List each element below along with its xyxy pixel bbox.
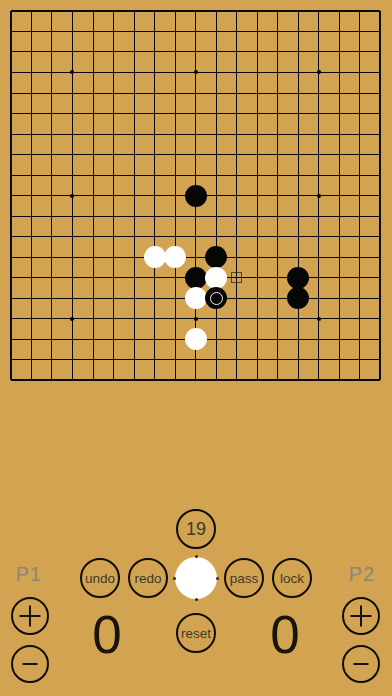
intersection-N10[interactable] (247, 185, 268, 206)
intersection-A4[interactable] (1, 308, 22, 329)
intersection-Q7[interactable] (308, 247, 329, 268)
intersection-R7[interactable] (329, 247, 350, 268)
intersection-O6[interactable] (267, 267, 288, 288)
intersection-F18[interactable] (103, 21, 124, 42)
intersection-S8[interactable] (349, 226, 370, 247)
intersection-P17[interactable] (288, 42, 309, 63)
intersection-M17[interactable] (226, 42, 247, 63)
intersection-B2[interactable] (21, 349, 42, 370)
intersection-Q5[interactable] (308, 288, 329, 309)
intersection-O17[interactable] (267, 42, 288, 63)
intersection-J14[interactable] (165, 103, 186, 124)
intersection-H8[interactable] (144, 226, 165, 247)
intersection-J16[interactable] (165, 62, 186, 83)
intersection-O4[interactable] (267, 308, 288, 329)
intersection-J10[interactable] (165, 185, 186, 206)
intersection-K14[interactable] (185, 103, 206, 124)
intersection-M11[interactable] (226, 165, 247, 186)
intersection-K2[interactable] (185, 349, 206, 370)
intersection-G16[interactable] (124, 62, 145, 83)
intersection-O18[interactable] (267, 21, 288, 42)
intersection-G18[interactable] (124, 21, 145, 42)
intersection-D2[interactable] (62, 349, 83, 370)
intersection-C14[interactable] (42, 103, 63, 124)
intersection-N17[interactable] (247, 42, 268, 63)
intersection-C11[interactable] (42, 165, 63, 186)
intersection-Q10[interactable] (308, 185, 329, 206)
intersection-N9[interactable] (247, 206, 268, 227)
intersection-D3[interactable] (62, 329, 83, 350)
intersection-M19[interactable] (226, 1, 247, 22)
intersection-L13[interactable] (206, 124, 227, 145)
intersection-J12[interactable] (165, 144, 186, 165)
intersection-J18[interactable] (165, 21, 186, 42)
intersection-J9[interactable] (165, 206, 186, 227)
intersection-L4[interactable] (206, 308, 227, 329)
intersection-L12[interactable] (206, 144, 227, 165)
intersection-B3[interactable] (21, 329, 42, 350)
intersection-N6[interactable] (247, 267, 268, 288)
intersection-K17[interactable] (185, 42, 206, 63)
intersection-B6[interactable] (21, 267, 42, 288)
intersection-R15[interactable] (329, 83, 350, 104)
player1-decrement-button[interactable] (11, 645, 49, 683)
intersection-P3[interactable] (288, 329, 309, 350)
intersection-F16[interactable] (103, 62, 124, 83)
intersection-L15[interactable] (206, 83, 227, 104)
intersection-N13[interactable] (247, 124, 268, 145)
intersection-G15[interactable] (124, 83, 145, 104)
intersection-L2[interactable] (206, 349, 227, 370)
intersection-S5[interactable] (349, 288, 370, 309)
intersection-G14[interactable] (124, 103, 145, 124)
intersection-K12[interactable] (185, 144, 206, 165)
intersection-J13[interactable] (165, 124, 186, 145)
intersection-Q3[interactable] (308, 329, 329, 350)
intersection-S1[interactable] (349, 370, 370, 391)
intersection-D13[interactable] (62, 124, 83, 145)
intersection-H12[interactable] (144, 144, 165, 165)
intersection-K4[interactable] (185, 308, 206, 329)
intersection-H5[interactable] (144, 288, 165, 309)
intersection-O11[interactable] (267, 165, 288, 186)
intersection-H16[interactable] (144, 62, 165, 83)
intersection-H6[interactable] (144, 267, 165, 288)
intersection-C17[interactable] (42, 42, 63, 63)
intersection-G4[interactable] (124, 308, 145, 329)
intersection-D17[interactable] (62, 42, 83, 63)
intersection-E3[interactable] (83, 329, 104, 350)
intersection-T18[interactable] (370, 21, 391, 42)
current-turn-stone-indicator[interactable] (175, 557, 217, 599)
intersection-L8[interactable] (206, 226, 227, 247)
intersection-H9[interactable] (144, 206, 165, 227)
intersection-T16[interactable] (370, 62, 391, 83)
intersection-A9[interactable] (1, 206, 22, 227)
intersection-C1[interactable] (42, 370, 63, 391)
intersection-A1[interactable] (1, 370, 22, 391)
intersection-P2[interactable] (288, 349, 309, 370)
intersection-T6[interactable] (370, 267, 391, 288)
intersection-D10[interactable] (62, 185, 83, 206)
intersection-H19[interactable] (144, 1, 165, 22)
intersection-J5[interactable] (165, 288, 186, 309)
intersection-N11[interactable] (247, 165, 268, 186)
intersection-O2[interactable] (267, 349, 288, 370)
intersection-F12[interactable] (103, 144, 124, 165)
intersection-A10[interactable] (1, 185, 22, 206)
intersection-C6[interactable] (42, 267, 63, 288)
intersection-Q16[interactable] (308, 62, 329, 83)
intersection-Q13[interactable] (308, 124, 329, 145)
intersection-Q17[interactable] (308, 42, 329, 63)
intersection-D5[interactable] (62, 288, 83, 309)
intersection-B8[interactable] (21, 226, 42, 247)
intersection-G17[interactable] (124, 42, 145, 63)
intersection-Q9[interactable] (308, 206, 329, 227)
intersection-N16[interactable] (247, 62, 268, 83)
intersection-F13[interactable] (103, 124, 124, 145)
intersection-T13[interactable] (370, 124, 391, 145)
intersection-B9[interactable] (21, 206, 42, 227)
intersection-F9[interactable] (103, 206, 124, 227)
intersection-M2[interactable] (226, 349, 247, 370)
intersection-B13[interactable] (21, 124, 42, 145)
intersection-C13[interactable] (42, 124, 63, 145)
intersection-T19[interactable] (370, 1, 391, 22)
intersection-S6[interactable] (349, 267, 370, 288)
intersection-S3[interactable] (349, 329, 370, 350)
intersection-N12[interactable] (247, 144, 268, 165)
intersection-A16[interactable] (1, 62, 22, 83)
intersection-M12[interactable] (226, 144, 247, 165)
player2-decrement-button[interactable] (342, 645, 380, 683)
intersection-K19[interactable] (185, 1, 206, 22)
intersection-B14[interactable] (21, 103, 42, 124)
intersection-A5[interactable] (1, 288, 22, 309)
intersection-J11[interactable] (165, 165, 186, 186)
intersection-D19[interactable] (62, 1, 83, 22)
intersection-N5[interactable] (247, 288, 268, 309)
intersection-E17[interactable] (83, 42, 104, 63)
intersection-J3[interactable] (165, 329, 186, 350)
intersection-D11[interactable] (62, 165, 83, 186)
intersection-F10[interactable] (103, 185, 124, 206)
intersection-L5[interactable] (206, 288, 227, 309)
intersection-S7[interactable] (349, 247, 370, 268)
intersection-D6[interactable] (62, 267, 83, 288)
intersection-N15[interactable] (247, 83, 268, 104)
intersection-M5[interactable] (226, 288, 247, 309)
intersection-E10[interactable] (83, 185, 104, 206)
intersection-M7[interactable] (226, 247, 247, 268)
intersection-F15[interactable] (103, 83, 124, 104)
intersection-M14[interactable] (226, 103, 247, 124)
intersection-M16[interactable] (226, 62, 247, 83)
intersection-D7[interactable] (62, 247, 83, 268)
intersection-B10[interactable] (21, 185, 42, 206)
intersection-S10[interactable] (349, 185, 370, 206)
intersection-P16[interactable] (288, 62, 309, 83)
intersection-H18[interactable] (144, 21, 165, 42)
intersection-S12[interactable] (349, 144, 370, 165)
intersection-P11[interactable] (288, 165, 309, 186)
redo-button[interactable]: redo (128, 558, 168, 598)
intersection-F17[interactable] (103, 42, 124, 63)
intersection-D14[interactable] (62, 103, 83, 124)
intersection-K10[interactable] (185, 185, 206, 206)
intersection-O5[interactable] (267, 288, 288, 309)
intersection-C5[interactable] (42, 288, 63, 309)
intersection-N4[interactable] (247, 308, 268, 329)
intersection-E14[interactable] (83, 103, 104, 124)
intersection-M9[interactable] (226, 206, 247, 227)
intersection-B19[interactable] (21, 1, 42, 22)
intersection-M8[interactable] (226, 226, 247, 247)
intersection-O19[interactable] (267, 1, 288, 22)
intersection-R14[interactable] (329, 103, 350, 124)
intersection-B4[interactable] (21, 308, 42, 329)
intersection-R8[interactable] (329, 226, 350, 247)
intersection-C18[interactable] (42, 21, 63, 42)
intersection-L6[interactable] (206, 267, 227, 288)
intersection-G3[interactable] (124, 329, 145, 350)
intersection-S9[interactable] (349, 206, 370, 227)
intersection-B17[interactable] (21, 42, 42, 63)
intersection-M13[interactable] (226, 124, 247, 145)
intersection-R13[interactable] (329, 124, 350, 145)
intersection-S16[interactable] (349, 62, 370, 83)
intersection-G13[interactable] (124, 124, 145, 145)
intersection-E11[interactable] (83, 165, 104, 186)
intersection-K15[interactable] (185, 83, 206, 104)
intersection-K18[interactable] (185, 21, 206, 42)
intersection-G9[interactable] (124, 206, 145, 227)
intersection-E15[interactable] (83, 83, 104, 104)
intersection-S4[interactable] (349, 308, 370, 329)
intersection-N1[interactable] (247, 370, 268, 391)
intersection-O12[interactable] (267, 144, 288, 165)
intersection-F14[interactable] (103, 103, 124, 124)
intersection-B5[interactable] (21, 288, 42, 309)
intersection-K5[interactable] (185, 288, 206, 309)
intersection-T8[interactable] (370, 226, 391, 247)
intersection-L18[interactable] (206, 21, 227, 42)
intersection-O15[interactable] (267, 83, 288, 104)
intersection-A12[interactable] (1, 144, 22, 165)
intersection-R9[interactable] (329, 206, 350, 227)
intersection-T1[interactable] (370, 370, 391, 391)
intersection-G6[interactable] (124, 267, 145, 288)
intersection-F3[interactable] (103, 329, 124, 350)
intersection-D18[interactable] (62, 21, 83, 42)
intersection-T3[interactable] (370, 329, 391, 350)
intersection-C12[interactable] (42, 144, 63, 165)
intersection-K6[interactable] (185, 267, 206, 288)
intersection-Q2[interactable] (308, 349, 329, 370)
intersection-R11[interactable] (329, 165, 350, 186)
intersection-E1[interactable] (83, 370, 104, 391)
intersection-T7[interactable] (370, 247, 391, 268)
intersection-K3[interactable] (185, 329, 206, 350)
intersection-O1[interactable] (267, 370, 288, 391)
intersection-Q4[interactable] (308, 308, 329, 329)
intersection-S2[interactable] (349, 349, 370, 370)
intersection-C2[interactable] (42, 349, 63, 370)
intersection-S18[interactable] (349, 21, 370, 42)
intersection-L7[interactable] (206, 247, 227, 268)
intersection-J8[interactable] (165, 226, 186, 247)
intersection-C16[interactable] (42, 62, 63, 83)
intersection-P7[interactable] (288, 247, 309, 268)
intersection-B18[interactable] (21, 21, 42, 42)
intersection-F6[interactable] (103, 267, 124, 288)
intersection-Q19[interactable] (308, 1, 329, 22)
intersection-S15[interactable] (349, 83, 370, 104)
intersection-T11[interactable] (370, 165, 391, 186)
intersection-A15[interactable] (1, 83, 22, 104)
intersection-A19[interactable] (1, 1, 22, 22)
intersection-P8[interactable] (288, 226, 309, 247)
player2-increment-button[interactable] (342, 597, 380, 635)
intersection-S14[interactable] (349, 103, 370, 124)
intersection-F8[interactable] (103, 226, 124, 247)
intersection-J1[interactable] (165, 370, 186, 391)
intersection-L9[interactable] (206, 206, 227, 227)
intersection-M15[interactable] (226, 83, 247, 104)
intersection-O16[interactable] (267, 62, 288, 83)
intersection-H1[interactable] (144, 370, 165, 391)
intersection-O9[interactable] (267, 206, 288, 227)
intersection-M3[interactable] (226, 329, 247, 350)
intersection-H3[interactable] (144, 329, 165, 350)
intersection-F4[interactable] (103, 308, 124, 329)
intersection-F5[interactable] (103, 288, 124, 309)
intersection-F2[interactable] (103, 349, 124, 370)
intersection-G2[interactable] (124, 349, 145, 370)
intersection-F1[interactable] (103, 370, 124, 391)
intersection-B15[interactable] (21, 83, 42, 104)
intersection-N14[interactable] (247, 103, 268, 124)
intersection-H17[interactable] (144, 42, 165, 63)
intersection-G10[interactable] (124, 185, 145, 206)
intersection-A7[interactable] (1, 247, 22, 268)
intersection-H7[interactable] (144, 247, 165, 268)
intersection-T4[interactable] (370, 308, 391, 329)
intersection-N2[interactable] (247, 349, 268, 370)
intersection-M10[interactable] (226, 185, 247, 206)
intersection-Q6[interactable] (308, 267, 329, 288)
intersection-F7[interactable] (103, 247, 124, 268)
intersection-E16[interactable] (83, 62, 104, 83)
intersection-R4[interactable] (329, 308, 350, 329)
intersection-E18[interactable] (83, 21, 104, 42)
intersection-D1[interactable] (62, 370, 83, 391)
intersection-T12[interactable] (370, 144, 391, 165)
intersection-A18[interactable] (1, 21, 22, 42)
intersection-R12[interactable] (329, 144, 350, 165)
intersection-P9[interactable] (288, 206, 309, 227)
intersection-P13[interactable] (288, 124, 309, 145)
intersection-T9[interactable] (370, 206, 391, 227)
intersection-D12[interactable] (62, 144, 83, 165)
intersection-O3[interactable] (267, 329, 288, 350)
intersection-E8[interactable] (83, 226, 104, 247)
intersection-P5[interactable] (288, 288, 309, 309)
intersection-S17[interactable] (349, 42, 370, 63)
intersection-G5[interactable] (124, 288, 145, 309)
intersection-D9[interactable] (62, 206, 83, 227)
intersection-T14[interactable] (370, 103, 391, 124)
intersection-R1[interactable] (329, 370, 350, 391)
intersection-L19[interactable] (206, 1, 227, 22)
intersection-R18[interactable] (329, 21, 350, 42)
intersection-A3[interactable] (1, 329, 22, 350)
intersection-A11[interactable] (1, 165, 22, 186)
intersection-P15[interactable] (288, 83, 309, 104)
intersection-J19[interactable] (165, 1, 186, 22)
intersection-S19[interactable] (349, 1, 370, 22)
undo-button[interactable]: undo (80, 558, 120, 598)
intersection-N19[interactable] (247, 1, 268, 22)
intersection-C4[interactable] (42, 308, 63, 329)
intersection-E13[interactable] (83, 124, 104, 145)
intersection-Q8[interactable] (308, 226, 329, 247)
intersection-E4[interactable] (83, 308, 104, 329)
intersection-T10[interactable] (370, 185, 391, 206)
intersection-S11[interactable] (349, 165, 370, 186)
intersection-P19[interactable] (288, 1, 309, 22)
intersection-B11[interactable] (21, 165, 42, 186)
intersection-A14[interactable] (1, 103, 22, 124)
reset-button[interactable]: reset (176, 613, 216, 653)
intersection-O13[interactable] (267, 124, 288, 145)
intersection-O14[interactable] (267, 103, 288, 124)
intersection-O8[interactable] (267, 226, 288, 247)
intersection-Q1[interactable] (308, 370, 329, 391)
lock-button[interactable]: lock (272, 558, 312, 598)
intersection-C8[interactable] (42, 226, 63, 247)
intersection-B16[interactable] (21, 62, 42, 83)
intersection-K11[interactable] (185, 165, 206, 186)
intersection-F11[interactable] (103, 165, 124, 186)
intersection-K1[interactable] (185, 370, 206, 391)
intersection-K7[interactable] (185, 247, 206, 268)
intersection-K13[interactable] (185, 124, 206, 145)
intersection-L14[interactable] (206, 103, 227, 124)
intersection-H15[interactable] (144, 83, 165, 104)
intersection-L17[interactable] (206, 42, 227, 63)
intersection-J2[interactable] (165, 349, 186, 370)
intersection-K8[interactable] (185, 226, 206, 247)
intersection-L10[interactable] (206, 185, 227, 206)
intersection-Q18[interactable] (308, 21, 329, 42)
intersection-T2[interactable] (370, 349, 391, 370)
intersection-G12[interactable] (124, 144, 145, 165)
intersection-J15[interactable] (165, 83, 186, 104)
intersection-T17[interactable] (370, 42, 391, 63)
intersection-A8[interactable] (1, 226, 22, 247)
intersection-H10[interactable] (144, 185, 165, 206)
intersection-O7[interactable] (267, 247, 288, 268)
intersection-R2[interactable] (329, 349, 350, 370)
intersection-L3[interactable] (206, 329, 227, 350)
intersection-R10[interactable] (329, 185, 350, 206)
intersection-H14[interactable] (144, 103, 165, 124)
intersection-B12[interactable] (21, 144, 42, 165)
intersection-A6[interactable] (1, 267, 22, 288)
intersection-D4[interactable] (62, 308, 83, 329)
